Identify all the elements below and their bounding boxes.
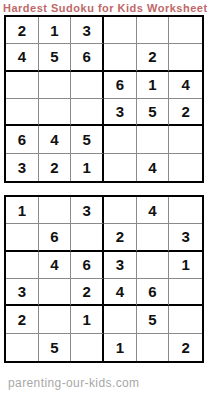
sudoku-cell-r6c5 bbox=[137, 334, 170, 361]
sudoku-cell-r5c3: 1 bbox=[71, 306, 104, 333]
sudoku-cell-r4c6: 2 bbox=[169, 99, 202, 126]
sudoku-cell-r5c2: 4 bbox=[39, 126, 72, 153]
sudoku-cell-r5c6 bbox=[169, 306, 202, 333]
sudoku-cell-r5c2 bbox=[39, 306, 72, 333]
sudoku-cell-r3c3 bbox=[71, 72, 104, 99]
sudoku-cell-r6c3 bbox=[71, 334, 104, 361]
sudoku-cell-r4c1 bbox=[6, 99, 39, 126]
sudoku-cell-r2c2: 5 bbox=[39, 44, 72, 71]
sudoku-cell-r1c1: 1 bbox=[6, 197, 39, 224]
sudoku-cell-r3c1 bbox=[6, 252, 39, 279]
sudoku-cell-r3c6: 4 bbox=[169, 72, 202, 99]
sudoku-cell-r6c2: 5 bbox=[39, 334, 72, 361]
sudoku-cell-r1c4 bbox=[104, 17, 137, 44]
sudoku-cell-r6c1: 3 bbox=[6, 154, 39, 181]
sudoku-cell-r5c5 bbox=[137, 126, 170, 153]
sudoku-cell-r1c3: 3 bbox=[71, 17, 104, 44]
sudoku-cell-r4c5: 6 bbox=[137, 279, 170, 306]
site-credit: parenting-our-kids.com bbox=[8, 376, 140, 390]
sudoku-cell-r6c6 bbox=[169, 154, 202, 181]
sudoku-cell-r6c1 bbox=[6, 334, 39, 361]
sudoku-cell-r6c5: 4 bbox=[137, 154, 170, 181]
sudoku-cell-r6c6: 2 bbox=[169, 334, 202, 361]
sudoku-cell-r4c3: 2 bbox=[71, 279, 104, 306]
sudoku-cell-r3c5 bbox=[137, 252, 170, 279]
sudoku-cell-r4c1: 3 bbox=[6, 279, 39, 306]
sudoku-cell-r2c1 bbox=[6, 224, 39, 251]
sudoku-cell-r1c1: 2 bbox=[6, 17, 39, 44]
sudoku-cell-r1c3: 3 bbox=[71, 197, 104, 224]
sudoku-cell-r5c5: 5 bbox=[137, 306, 170, 333]
sudoku-cell-r4c6 bbox=[169, 279, 202, 306]
sudoku-cell-r2c2: 6 bbox=[39, 224, 72, 251]
sudoku-cell-r1c2 bbox=[39, 197, 72, 224]
sudoku-cell-r4c4: 3 bbox=[104, 99, 137, 126]
sudoku-cell-r3c5: 1 bbox=[137, 72, 170, 99]
worksheet-page: Hardest Sudoku for Kids Worksheet 213456… bbox=[0, 0, 222, 400]
sudoku-cell-r3c3: 6 bbox=[71, 252, 104, 279]
sudoku-cell-r2c6 bbox=[169, 44, 202, 71]
sudoku-cell-r5c4 bbox=[104, 126, 137, 153]
sudoku-cell-r1c5: 4 bbox=[137, 197, 170, 224]
sudoku-cell-r1c6 bbox=[169, 197, 202, 224]
sudoku-cell-r3c4: 3 bbox=[104, 252, 137, 279]
sudoku-cell-r4c2 bbox=[39, 99, 72, 126]
sudoku-cell-r6c2: 2 bbox=[39, 154, 72, 181]
sudoku-cell-r2c4: 2 bbox=[104, 224, 137, 251]
sudoku-cell-r3c2 bbox=[39, 72, 72, 99]
sudoku-cell-r2c4 bbox=[104, 44, 137, 71]
sudoku-cell-r4c3 bbox=[71, 99, 104, 126]
sudoku-cell-r2c6: 3 bbox=[169, 224, 202, 251]
sudoku-cell-r4c4: 4 bbox=[104, 279, 137, 306]
sudoku-grid-1: 21345626143526453214 bbox=[4, 15, 204, 183]
sudoku-cell-r1c5 bbox=[137, 17, 170, 44]
sudoku-cell-r6c4 bbox=[104, 154, 137, 181]
worksheet-title: Hardest Sudoku for Kids Worksheet bbox=[3, 2, 221, 14]
sudoku-cell-r5c4 bbox=[104, 306, 137, 333]
sudoku-cell-r5c6 bbox=[169, 126, 202, 153]
sudoku-cell-r4c5: 5 bbox=[137, 99, 170, 126]
sudoku-cell-r2c1: 4 bbox=[6, 44, 39, 71]
sudoku-cell-r2c5 bbox=[137, 224, 170, 251]
sudoku-cell-r3c1 bbox=[6, 72, 39, 99]
sudoku-grid-2: 13462346313246215512 bbox=[4, 195, 204, 363]
sudoku-cell-r1c6 bbox=[169, 17, 202, 44]
sudoku-cell-r6c4: 1 bbox=[104, 334, 137, 361]
sudoku-cell-r3c2: 4 bbox=[39, 252, 72, 279]
sudoku-cell-r1c2: 1 bbox=[39, 17, 72, 44]
sudoku-cell-r6c3: 1 bbox=[71, 154, 104, 181]
sudoku-cell-r3c6: 1 bbox=[169, 252, 202, 279]
sudoku-cell-r2c3 bbox=[71, 224, 104, 251]
sudoku-cell-r5c1: 6 bbox=[6, 126, 39, 153]
sudoku-cell-r5c1: 2 bbox=[6, 306, 39, 333]
sudoku-cell-r1c4 bbox=[104, 197, 137, 224]
sudoku-cell-r2c5: 2 bbox=[137, 44, 170, 71]
sudoku-cell-r3c4: 6 bbox=[104, 72, 137, 99]
sudoku-cell-r4c2 bbox=[39, 279, 72, 306]
sudoku-cell-r2c3: 6 bbox=[71, 44, 104, 71]
sudoku-cell-r5c3: 5 bbox=[71, 126, 104, 153]
